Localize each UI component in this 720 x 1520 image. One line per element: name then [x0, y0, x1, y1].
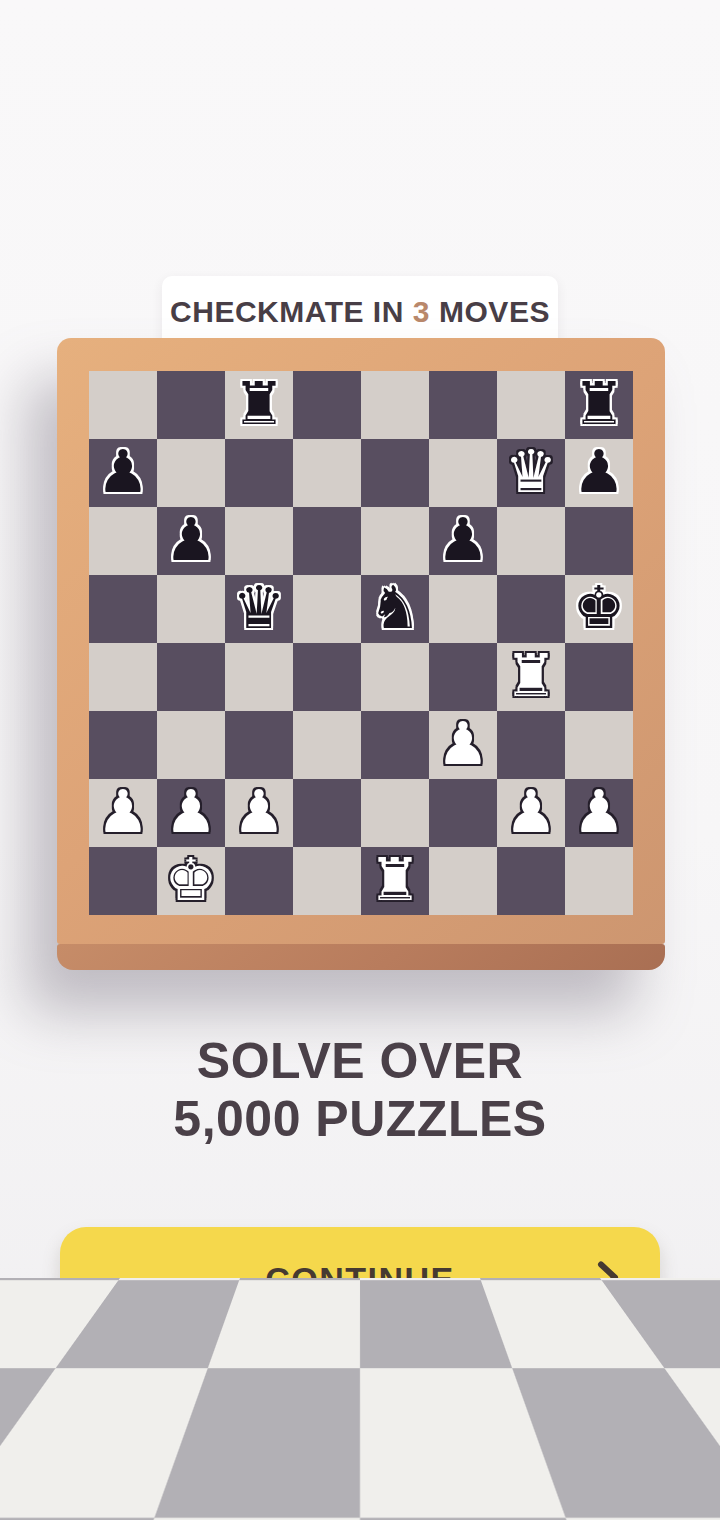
- piece-white-rook[interactable]: ♜: [369, 850, 422, 909]
- square-c4[interactable]: [225, 643, 293, 711]
- square-f7[interactable]: [429, 439, 497, 507]
- board-frame: ♜♜♟♛♟♟♟♛♞♚♜♟♟♟♟♟♟♚♜: [57, 338, 665, 944]
- square-c1[interactable]: [225, 847, 293, 915]
- square-a7[interactable]: ♟: [89, 439, 157, 507]
- square-a1[interactable]: [89, 847, 157, 915]
- square-d2[interactable]: [293, 779, 361, 847]
- continue-button-label: CONTINUE: [265, 1260, 455, 1299]
- banner-suffix: MOVES: [439, 295, 550, 329]
- square-h4[interactable]: [565, 643, 633, 711]
- piece-black-rook[interactable]: ♜: [573, 374, 626, 433]
- square-f6[interactable]: ♟: [429, 507, 497, 575]
- square-g8[interactable]: [497, 371, 565, 439]
- square-h6[interactable]: [565, 507, 633, 575]
- square-d7[interactable]: [293, 439, 361, 507]
- square-h1[interactable]: [565, 847, 633, 915]
- square-b6[interactable]: ♟: [157, 507, 225, 575]
- square-g7[interactable]: ♛: [497, 439, 565, 507]
- square-c6[interactable]: [225, 507, 293, 575]
- piece-black-king[interactable]: ♚: [573, 578, 626, 637]
- piece-black-queen[interactable]: ♛: [233, 578, 286, 637]
- square-g3[interactable]: [497, 711, 565, 779]
- square-b5[interactable]: [157, 575, 225, 643]
- app-screen: CHECKMATE IN 3 MOVES ♜♜♟♛♟♟♟♛♞♚♜♟♟♟♟♟♟♚♜…: [0, 0, 720, 1520]
- square-b8[interactable]: [157, 371, 225, 439]
- square-d5[interactable]: [293, 575, 361, 643]
- square-h2[interactable]: ♟: [565, 779, 633, 847]
- piece-white-rook[interactable]: ♜: [505, 646, 558, 705]
- square-a4[interactable]: [89, 643, 157, 711]
- square-a6[interactable]: [89, 507, 157, 575]
- square-d6[interactable]: [293, 507, 361, 575]
- square-b1[interactable]: ♚: [157, 847, 225, 915]
- square-f1[interactable]: [429, 847, 497, 915]
- square-f4[interactable]: [429, 643, 497, 711]
- square-a2[interactable]: ♟: [89, 779, 157, 847]
- square-h7[interactable]: ♟: [565, 439, 633, 507]
- square-b4[interactable]: [157, 643, 225, 711]
- piece-black-knight[interactable]: ♞: [369, 578, 422, 637]
- square-e5[interactable]: ♞: [361, 575, 429, 643]
- headline-line2: 5,000 PUZZLES: [0, 1090, 720, 1148]
- square-c2[interactable]: ♟: [225, 779, 293, 847]
- square-g1[interactable]: [497, 847, 565, 915]
- square-h5[interactable]: ♚: [565, 575, 633, 643]
- piece-white-pawn[interactable]: ♟: [97, 782, 150, 841]
- square-d3[interactable]: [293, 711, 361, 779]
- square-h3[interactable]: [565, 711, 633, 779]
- square-e6[interactable]: [361, 507, 429, 575]
- square-h8[interactable]: ♜: [565, 371, 633, 439]
- square-b3[interactable]: [157, 711, 225, 779]
- piece-black-pawn[interactable]: ♟: [573, 442, 626, 501]
- headline: SOLVE OVER 5,000 PUZZLES: [0, 1032, 720, 1148]
- square-f3[interactable]: ♟: [429, 711, 497, 779]
- piece-white-pawn[interactable]: ♟: [233, 782, 286, 841]
- square-g5[interactable]: [497, 575, 565, 643]
- square-c7[interactable]: [225, 439, 293, 507]
- piece-white-pawn[interactable]: ♟: [165, 782, 218, 841]
- square-a3[interactable]: [89, 711, 157, 779]
- square-e8[interactable]: [361, 371, 429, 439]
- square-c8[interactable]: ♜: [225, 371, 293, 439]
- piece-white-pawn[interactable]: ♟: [573, 782, 626, 841]
- piece-white-pawn[interactable]: ♟: [505, 782, 558, 841]
- square-f8[interactable]: [429, 371, 497, 439]
- square-e7[interactable]: [361, 439, 429, 507]
- piece-black-pawn[interactable]: ♟: [97, 442, 150, 501]
- square-c3[interactable]: [225, 711, 293, 779]
- banner-prefix: CHECKMATE IN: [170, 295, 404, 329]
- piece-black-pawn[interactable]: ♟: [437, 510, 490, 569]
- banner-moves-count: 3: [413, 295, 430, 329]
- piece-white-king[interactable]: ♚: [165, 850, 218, 909]
- board-side-edge: [57, 944, 665, 970]
- piece-white-pawn[interactable]: ♟: [437, 714, 490, 773]
- square-f5[interactable]: [429, 575, 497, 643]
- puzzle-banner-text: CHECKMATE IN 3 MOVES: [170, 295, 550, 329]
- square-e4[interactable]: [361, 643, 429, 711]
- chess-board: ♜♜♟♛♟♟♟♛♞♚♜♟♟♟♟♟♟♚♜: [57, 338, 665, 970]
- square-a5[interactable]: [89, 575, 157, 643]
- square-a8[interactable]: [89, 371, 157, 439]
- board-grid: ♜♜♟♛♟♟♟♛♞♚♜♟♟♟♟♟♟♚♜: [89, 371, 633, 915]
- continue-button[interactable]: CONTINUE: [60, 1227, 660, 1331]
- piece-black-pawn[interactable]: ♟: [165, 510, 218, 569]
- chevron-right-icon: [596, 1261, 620, 1298]
- square-d1[interactable]: [293, 847, 361, 915]
- square-f2[interactable]: [429, 779, 497, 847]
- square-g4[interactable]: ♜: [497, 643, 565, 711]
- square-b7[interactable]: [157, 439, 225, 507]
- square-b2[interactable]: ♟: [157, 779, 225, 847]
- square-g2[interactable]: ♟: [497, 779, 565, 847]
- piece-black-rook[interactable]: ♜: [233, 374, 286, 433]
- headline-line1: SOLVE OVER: [0, 1032, 720, 1090]
- square-e1[interactable]: ♜: [361, 847, 429, 915]
- square-g6[interactable]: [497, 507, 565, 575]
- piece-white-queen[interactable]: ♛: [505, 442, 558, 501]
- square-d4[interactable]: [293, 643, 361, 711]
- square-c5[interactable]: ♛: [225, 575, 293, 643]
- square-d8[interactable]: [293, 371, 361, 439]
- square-e2[interactable]: [361, 779, 429, 847]
- square-e3[interactable]: [361, 711, 429, 779]
